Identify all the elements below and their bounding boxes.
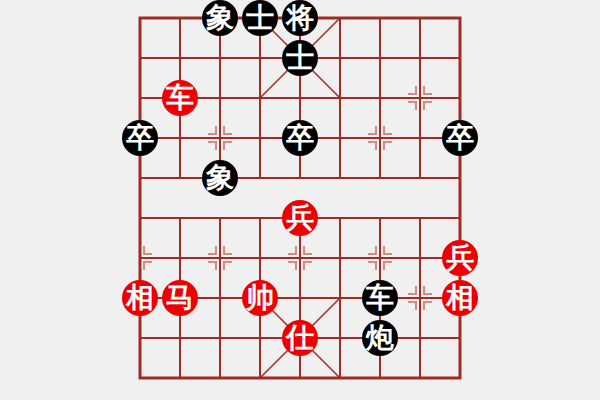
piece-glyph: 车 — [366, 280, 394, 316]
piece-glyph: 马 — [166, 280, 194, 316]
red-horse[interactable]: 马 — [162, 280, 198, 316]
black-chariot[interactable]: 车 — [362, 280, 398, 316]
red-soldier[interactable]: 兵 — [442, 240, 478, 276]
piece-glyph: 仕 — [286, 320, 314, 356]
piece-glyph: 兵 — [286, 200, 314, 236]
black-advisor[interactable]: 士 — [242, 0, 278, 36]
black-soldier[interactable]: 卒 — [442, 120, 478, 156]
piece-glyph: 象 — [206, 0, 234, 36]
piece-glyph: 相 — [446, 280, 474, 316]
piece-glyph: 士 — [246, 0, 274, 36]
red-general[interactable]: 帅 — [242, 280, 278, 316]
piece-glyph: 炮 — [366, 320, 394, 356]
piece-glyph: 相 — [126, 280, 154, 316]
piece-glyph: 将 — [286, 0, 314, 36]
piece-glyph: 卒 — [446, 120, 474, 156]
black-soldier[interactable]: 卒 — [122, 120, 158, 156]
red-elephant[interactable]: 相 — [122, 280, 158, 316]
black-elephant[interactable]: 象 — [202, 160, 238, 196]
black-advisor[interactable]: 士 — [282, 40, 318, 76]
piece-glyph: 象 — [206, 160, 234, 196]
black-general[interactable]: 将 — [282, 0, 318, 36]
red-chariot[interactable]: 车 — [162, 80, 198, 116]
piece-glyph: 兵 — [446, 240, 474, 276]
piece-glyph: 帅 — [246, 280, 274, 316]
black-cannon[interactable]: 炮 — [362, 320, 398, 356]
red-soldier[interactable]: 兵 — [282, 200, 318, 236]
piece-glyph: 车 — [166, 80, 194, 116]
xiangqi-board[interactable]: 象士将士车卒卒卒象兵兵相马帅车相仕炮 — [0, 0, 600, 400]
piece-glyph: 士 — [286, 40, 314, 76]
black-soldier[interactable]: 卒 — [282, 120, 318, 156]
piece-glyph: 卒 — [286, 120, 314, 156]
piece-glyph: 卒 — [126, 120, 154, 156]
black-elephant[interactable]: 象 — [202, 0, 238, 36]
red-advisor[interactable]: 仕 — [282, 320, 318, 356]
red-elephant[interactable]: 相 — [442, 280, 478, 316]
